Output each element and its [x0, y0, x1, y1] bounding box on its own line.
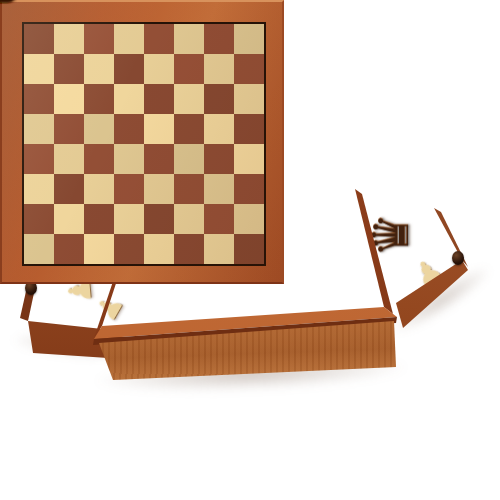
piece-dark-knight: ♞	[0, 0, 24, 6]
piece-light-pawn: ♟	[0, 0, 14, 4]
piece-dark-king: ♚	[0, 0, 28, 8]
piece-dark-knight: ♞	[0, 0, 20, 5]
piece-dark-pawn: ♟	[0, 0, 16, 4]
piece-light-bishop: ♝	[0, 0, 21, 6]
piece-dark-queen: ♛	[0, 0, 25, 7]
piece-light-king: ♚	[0, 0, 28, 8]
piece-dark-pawn: ♟	[0, 0, 13, 3]
piece-dark-pawn: ♟	[0, 0, 15, 4]
piece-light-queen: ♛	[0, 0, 25, 7]
piece-dark-pawn: ♟	[0, 0, 14, 4]
chess-set-photo: ♟♟♟ ♛♟ ♜♞♝♛♚♝♞♜♟♟♟♟♟♟♟♟♟♟♟♟♟♟♟♟♜♞♝♛♚♝♞♜	[0, 0, 500, 500]
piece-light-knight: ♞	[0, 0, 24, 6]
piece-dark-pawn: ♟	[0, 0, 16, 4]
piece-dark-bishop: ♝	[0, 0, 24, 6]
piece-light-pawn: ♟	[0, 0, 13, 4]
piece-light-pawn: ♟	[0, 0, 15, 4]
piece-light-pawn: ♟	[0, 0, 15, 4]
piece-dark-rook: ♜	[0, 0, 23, 6]
piece-light-pawn: ♟	[0, 0, 16, 4]
piece-light-pawn: ♟	[0, 0, 13, 3]
piece-dark-bishop: ♝	[0, 0, 21, 6]
piece-light-pawn: ♟	[0, 0, 14, 4]
piece-dark-pawn: ♟	[0, 0, 15, 4]
piece-light-knight: ♞	[0, 0, 20, 5]
piece-dark-pawn: ♟	[0, 0, 14, 4]
piece-light-rook: ♜	[0, 0, 17, 5]
pieces-layer: ♜♞♝♛♚♝♞♜♟♟♟♟♟♟♟♟♟♟♟♟♟♟♟♟♜♞♝♛♚♝♞♜	[0, 0, 500, 500]
piece-light-bishop: ♝	[0, 0, 24, 6]
piece-dark-pawn: ♟	[0, 0, 13, 4]
piece-light-pawn: ♟	[0, 0, 16, 4]
piece-light-rook: ♜	[0, 0, 23, 6]
piece-dark-rook: ♜	[0, 0, 17, 5]
